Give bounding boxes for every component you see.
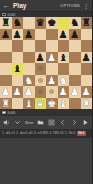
chess-board[interactable]: ♜♞♛♚♞♜♟♟♟♟♟♟♟♝♟♝♞♟♞♟♟♟♟♟♟♜♝♛♚♝♜ — [0, 17, 92, 109]
black-pawn: ♟ — [82, 52, 91, 64]
square-g5[interactable] — [69, 52, 81, 64]
square-e8[interactable]: ♚ — [46, 17, 58, 29]
black-rook: ♜ — [82, 17, 91, 29]
square-e7[interactable] — [46, 29, 58, 41]
white-bishop: ♝ — [59, 98, 68, 110]
square-e6[interactable] — [46, 40, 58, 52]
square-g6[interactable] — [69, 40, 81, 52]
square-f8[interactable] — [58, 17, 70, 29]
square-a2[interactable]: ♟ — [0, 86, 12, 98]
white-pawn: ♟ — [24, 86, 33, 98]
square-a8[interactable]: ♜ — [0, 17, 12, 29]
white-queen: ♛ — [36, 98, 45, 110]
overflow-menu-icon[interactable]: ⋮ — [83, 2, 89, 9]
new-button[interactable]: New — [24, 117, 34, 128]
square-f2[interactable]: ♟ — [58, 86, 70, 98]
square-d5[interactable]: ♟ — [35, 52, 47, 64]
empty-area — [0, 138, 92, 184]
page-title: Play — [13, 2, 57, 9]
square-e5[interactable]: ♟ — [46, 52, 58, 64]
square-d8[interactable]: ♛ — [35, 17, 47, 29]
white-king: ♚ — [47, 98, 56, 110]
square-d4[interactable] — [35, 63, 47, 75]
play-move-icon[interactable] — [80, 117, 90, 128]
square-f1[interactable]: ♝ — [58, 98, 70, 110]
square-c3[interactable]: ♞ — [23, 75, 35, 87]
chevron-down-icon[interactable] — [13, 117, 23, 128]
square-e2[interactable] — [46, 86, 58, 98]
black-bishop: ♝ — [13, 63, 22, 75]
white-bishop: ♝ — [24, 98, 33, 110]
square-b3[interactable] — [12, 75, 24, 87]
square-d6[interactable] — [35, 40, 47, 52]
black-pawn: ♟ — [24, 29, 33, 41]
square-b8[interactable]: ♞ — [12, 17, 24, 29]
next-move-icon[interactable] — [69, 117, 79, 128]
black-pawn: ♟ — [70, 29, 79, 41]
square-h7[interactable] — [81, 29, 93, 41]
square-h1[interactable]: ♜ — [81, 98, 93, 110]
white-rook: ♜ — [82, 98, 91, 110]
white-knight: ♞ — [59, 75, 68, 87]
volume-icon[interactable] — [2, 117, 12, 128]
square-c2[interactable]: ♟ — [23, 86, 35, 98]
square-f3[interactable]: ♞ — [58, 75, 70, 87]
square-c7[interactable]: ♟ — [23, 29, 35, 41]
square-a4[interactable] — [0, 63, 12, 75]
white-pawn: ♟ — [70, 86, 79, 98]
square-f4[interactable] — [58, 63, 70, 75]
square-c4[interactable] — [23, 63, 35, 75]
opponent-clock: 0:00 — [8, 13, 16, 17]
square-d2[interactable] — [35, 86, 47, 98]
back-arrow-icon[interactable]: ← — [3, 2, 10, 9]
move-list-icon[interactable] — [47, 117, 57, 128]
square-e4[interactable] — [46, 63, 58, 75]
current-move-badge: Bb4 — [77, 131, 86, 137]
black-rook: ♜ — [1, 17, 10, 29]
bottom-toolbar: New — [0, 116, 92, 129]
white-pawn: ♟ — [47, 52, 56, 64]
square-f7[interactable]: ♟ — [58, 29, 70, 41]
white-pawn: ♟ — [82, 86, 91, 98]
black-pawn: ♟ — [59, 29, 68, 41]
black-pawn: ♟ — [36, 52, 45, 64]
square-c6[interactable] — [23, 40, 35, 52]
square-h6[interactable] — [81, 40, 93, 52]
black-queen: ♛ — [36, 17, 45, 29]
square-e1[interactable]: ♚ — [46, 98, 58, 110]
square-a7[interactable]: ♟ — [0, 29, 12, 41]
white-rook: ♜ — [1, 98, 10, 110]
options-button[interactable]: OPTIONS — [60, 4, 80, 8]
square-h2[interactable]: ♟ — [81, 86, 93, 98]
square-b6[interactable] — [12, 40, 24, 52]
square-a1[interactable]: ♜ — [0, 98, 12, 110]
square-g8[interactable]: ♞ — [69, 17, 81, 29]
square-e3[interactable]: ♟ — [46, 75, 58, 87]
square-b7[interactable]: ♟ — [12, 29, 24, 41]
square-g1[interactable] — [69, 98, 81, 110]
black-knight: ♞ — [13, 17, 22, 29]
black-bishop: ♝ — [59, 52, 68, 64]
square-f5[interactable]: ♝ — [58, 52, 70, 64]
white-knight: ♞ — [24, 75, 33, 87]
white-pawn: ♟ — [13, 86, 22, 98]
white-player-indicator-icon — [2, 111, 6, 115]
square-g4[interactable] — [69, 63, 81, 75]
square-a3[interactable] — [0, 75, 12, 87]
square-f6[interactable] — [58, 40, 70, 52]
square-h4[interactable] — [81, 63, 93, 75]
top-app-bar: ← Play OPTIONS ⋮ — [0, 0, 92, 12]
white-pawn: ♟ — [47, 75, 56, 87]
square-g7[interactable]: ♟ — [69, 29, 81, 41]
square-b2[interactable]: ♟ — [12, 86, 24, 98]
square-a6[interactable] — [0, 40, 12, 52]
square-g3[interactable] — [69, 75, 81, 87]
square-b1[interactable] — [12, 98, 24, 110]
player-clock: 0:00 — [8, 111, 16, 115]
black-player-indicator-icon — [2, 13, 6, 17]
square-b4[interactable]: ♝ — [12, 63, 24, 75]
white-pawn: ♟ — [1, 86, 10, 98]
square-h3[interactable] — [81, 75, 93, 87]
square-b5[interactable] — [12, 52, 24, 64]
white-pawn: ♟ — [59, 86, 68, 98]
square-d7[interactable] — [35, 29, 47, 41]
new-button-label: New — [25, 120, 33, 125]
folder-icon[interactable] — [35, 117, 45, 128]
player-clock-row: 0:00 — [0, 109, 92, 116]
black-pawn: ♟ — [1, 29, 10, 41]
square-g2[interactable]: ♟ — [69, 86, 81, 98]
move-list-text: 1. d4 e5 2. dxe5 d5 3. e3 Bf5 4. Nf3 h5 … — [2, 132, 75, 136]
square-c5[interactable] — [23, 52, 35, 64]
square-c8[interactable] — [23, 17, 35, 29]
square-a5[interactable] — [0, 52, 12, 64]
square-h8[interactable]: ♜ — [81, 17, 93, 29]
black-king: ♚ — [47, 17, 56, 29]
black-knight: ♞ — [70, 17, 79, 29]
square-c1[interactable]: ♝ — [23, 98, 35, 110]
square-h5[interactable]: ♟ — [81, 52, 93, 64]
square-d1[interactable]: ♛ — [35, 98, 47, 110]
prev-move-icon[interactable] — [58, 117, 68, 128]
move-list[interactable]: 1. d4 e5 2. dxe5 d5 3. e3 Bf5 4. Nf3 h5 … — [0, 129, 92, 138]
square-d3[interactable] — [35, 75, 47, 87]
black-pawn: ♟ — [13, 29, 22, 41]
app-screen: ← Play OPTIONS ⋮ 0:00 ♜♞♛♚♞♜♟♟♟♟♟♟♟♝♟♝♞♟… — [0, 0, 92, 184]
